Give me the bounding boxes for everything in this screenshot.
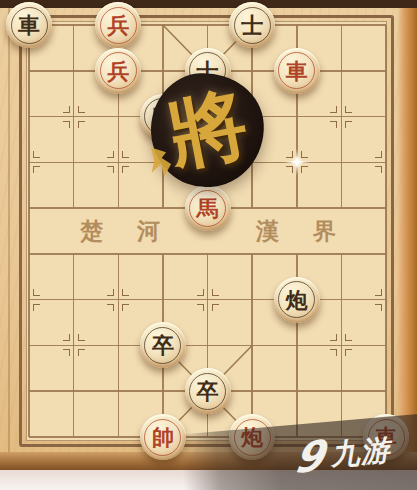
piece-red-general[interactable]: 帥 <box>140 414 186 460</box>
point-marker <box>345 334 352 341</box>
left-frame-groove <box>8 8 10 454</box>
check-stamp-character: 將 <box>159 71 256 189</box>
piece-black-soldier[interactable]: 卒 <box>140 322 186 368</box>
point-marker <box>197 304 204 311</box>
piece-red-horse[interactable]: 馬 <box>185 185 231 231</box>
piece-red-chariot[interactable]: 車 <box>274 48 320 94</box>
watermark-text: 九游 <box>329 431 392 476</box>
piece-character: 士 <box>241 14 263 36</box>
point-marker <box>78 106 85 113</box>
point-marker <box>122 166 129 173</box>
piece-black-advisor[interactable]: 士 <box>229 2 275 48</box>
point-marker <box>375 304 382 311</box>
point-marker <box>78 349 85 356</box>
piece-character: 卒 <box>152 334 174 356</box>
piece-character: 兵 <box>107 14 129 36</box>
piece-black-soldier[interactable]: 卒 <box>185 368 231 414</box>
point-marker <box>107 151 114 158</box>
piece-black-chariot[interactable]: 車 <box>6 2 52 48</box>
point-marker <box>107 289 114 296</box>
river-label-right: 漢 界 <box>243 216 349 247</box>
point-marker <box>33 151 40 158</box>
point-marker <box>33 289 40 296</box>
point-marker <box>122 304 129 311</box>
point-marker <box>78 121 85 128</box>
grid-line <box>28 25 30 437</box>
point-marker <box>33 304 40 311</box>
point-marker <box>107 304 114 311</box>
point-marker <box>63 106 70 113</box>
piece-character: 車 <box>18 14 40 36</box>
point-marker <box>375 151 382 158</box>
point-marker <box>197 289 204 296</box>
piece-black-cannon[interactable]: 炮 <box>274 277 320 323</box>
right-frame-edge <box>397 8 417 454</box>
grid-line <box>341 254 343 437</box>
xiangqi-game-screen: 楚 河 漢 界 車兵士兵士車將馬炮卒卒帥炮車 將 9 九游 <box>0 0 417 490</box>
point-marker <box>212 289 219 296</box>
point-marker <box>107 166 114 173</box>
point-marker <box>63 334 70 341</box>
point-marker <box>375 289 382 296</box>
grid-line <box>73 25 75 208</box>
point-marker <box>212 304 219 311</box>
point-marker <box>63 121 70 128</box>
point-marker <box>330 121 337 128</box>
piece-character: 兵 <box>107 60 129 82</box>
river-label-left: 楚 河 <box>67 216 173 247</box>
sparkle-effect-icon <box>284 149 310 175</box>
point-marker <box>63 349 70 356</box>
grid-line <box>341 25 343 208</box>
piece-character: 馬 <box>197 197 219 219</box>
point-marker <box>375 166 382 173</box>
top-frame-band <box>0 0 417 8</box>
piece-red-soldier[interactable]: 兵 <box>95 2 141 48</box>
point-marker <box>33 166 40 173</box>
point-marker <box>330 349 337 356</box>
piece-red-soldier[interactable]: 兵 <box>95 48 141 94</box>
grid-line <box>118 254 120 437</box>
point-marker <box>330 106 337 113</box>
piece-character: 車 <box>286 60 308 82</box>
piece-character: 帥 <box>152 426 174 448</box>
watermark-logo-icon: 9 <box>291 435 327 480</box>
grid-line <box>73 254 75 437</box>
grid-line <box>385 25 387 437</box>
point-marker <box>330 334 337 341</box>
point-marker <box>122 289 129 296</box>
point-marker <box>345 121 352 128</box>
piece-character: 炮 <box>286 289 308 311</box>
piece-character: 卒 <box>197 380 219 402</box>
point-marker <box>345 106 352 113</box>
grid-line <box>251 254 253 437</box>
point-marker <box>78 334 85 341</box>
point-marker <box>345 349 352 356</box>
point-marker <box>122 151 129 158</box>
